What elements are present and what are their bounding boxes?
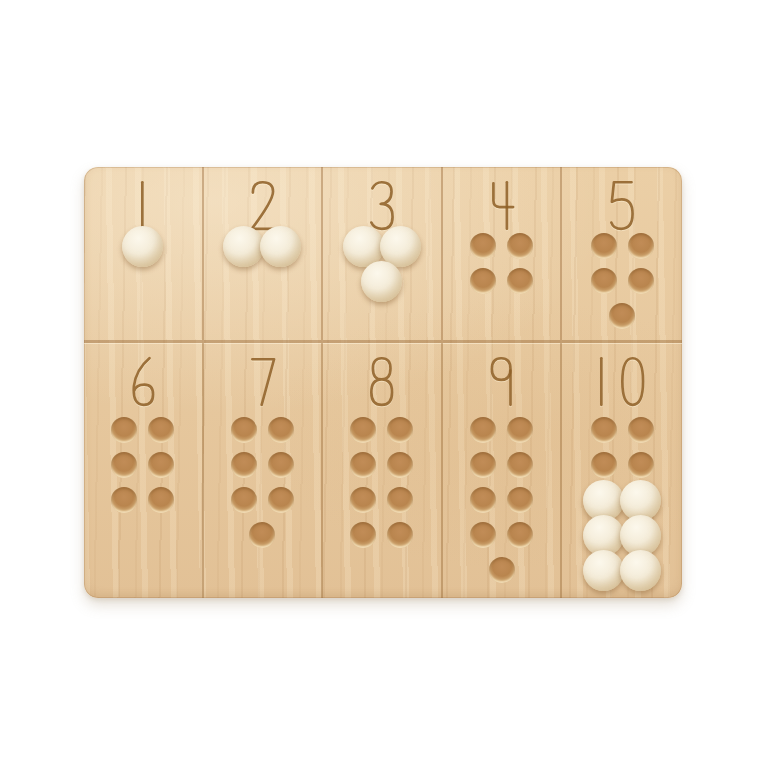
cell-10 <box>562 343 682 598</box>
counting-hole[interactable] <box>628 268 654 294</box>
pit-row <box>607 302 637 330</box>
pit-grid-4 <box>468 232 535 295</box>
counting-hole[interactable] <box>489 557 515 583</box>
pit-row <box>589 556 656 584</box>
pit-row <box>487 556 517 584</box>
counting-ball[interactable] <box>583 550 624 591</box>
pit-slot <box>266 232 296 260</box>
engraved-number-4 <box>481 176 522 234</box>
pit-row <box>229 451 296 479</box>
counting-hole[interactable] <box>470 417 496 443</box>
pit-grid-2 <box>229 232 296 260</box>
cell-7 <box>204 343 324 598</box>
counting-hole[interactable] <box>148 487 174 513</box>
pit-slot <box>505 451 535 479</box>
pit-slot <box>146 486 176 514</box>
pit-slot <box>385 232 415 260</box>
pit-slot <box>505 232 535 260</box>
pit-grid-3 <box>348 232 415 295</box>
counting-hole[interactable] <box>268 452 294 478</box>
pit-row <box>229 416 296 444</box>
counting-hole[interactable] <box>231 452 257 478</box>
pit-slot <box>128 232 158 260</box>
counting-hole[interactable] <box>470 452 496 478</box>
pit-row <box>128 232 158 260</box>
counting-hole[interactable] <box>470 233 496 259</box>
engraved-number-6 <box>122 352 163 410</box>
counting-hole[interactable] <box>507 452 533 478</box>
pit-slot <box>487 556 517 584</box>
pit-slot <box>229 416 259 444</box>
pit-slot <box>109 486 139 514</box>
pit-row <box>109 486 176 514</box>
counting-ball[interactable] <box>361 261 402 302</box>
pit-row <box>589 416 656 444</box>
pit-slot <box>468 486 498 514</box>
counting-hole[interactable] <box>249 522 275 548</box>
counting-hole[interactable] <box>507 268 533 294</box>
counting-hole[interactable] <box>507 522 533 548</box>
pit-slot <box>468 267 498 295</box>
pit-grid-6 <box>109 416 176 514</box>
pit-slot <box>468 232 498 260</box>
pit-grid-7 <box>229 416 296 549</box>
counting-hole[interactable] <box>470 268 496 294</box>
counting-hole[interactable] <box>231 487 257 513</box>
pit-slot <box>385 521 415 549</box>
pit-slot <box>505 486 535 514</box>
pit-slot <box>348 451 378 479</box>
pit-slot <box>348 232 378 260</box>
pit-slot <box>626 267 656 295</box>
pit-slot <box>385 451 415 479</box>
pit-slot <box>468 451 498 479</box>
counting-hole[interactable] <box>111 452 137 478</box>
counting-ball[interactable] <box>260 226 301 267</box>
pit-slot <box>146 451 176 479</box>
counting-hole[interactable] <box>387 522 413 548</box>
pit-row <box>229 486 296 514</box>
pit-row <box>109 451 176 479</box>
pit-slot <box>229 232 259 260</box>
counting-hole[interactable] <box>628 452 654 478</box>
pit-slot <box>266 451 296 479</box>
cell-1 <box>84 167 204 343</box>
pit-slot <box>348 416 378 444</box>
cell-6 <box>84 343 204 598</box>
counting-hole[interactable] <box>507 487 533 513</box>
counting-hole[interactable] <box>231 417 257 443</box>
engraved-number-5 <box>601 176 642 234</box>
counting-ball[interactable] <box>122 226 163 267</box>
pit-grid-8 <box>348 416 415 549</box>
counting-hole[interactable] <box>387 452 413 478</box>
pit-row <box>468 486 535 514</box>
counting-hole[interactable] <box>350 452 376 478</box>
counting-hole[interactable] <box>628 233 654 259</box>
counting-hole[interactable] <box>591 233 617 259</box>
pit-row <box>468 451 535 479</box>
cell-4 <box>443 167 563 343</box>
pit-slot <box>385 486 415 514</box>
pit-grid-10 <box>589 416 656 584</box>
engraved-number-7 <box>242 352 283 410</box>
pit-row <box>589 232 656 260</box>
pit-slot <box>505 267 535 295</box>
pit-slot <box>589 556 619 584</box>
pit-slot <box>505 416 535 444</box>
counting-hole[interactable] <box>628 417 654 443</box>
cell-9 <box>443 343 563 598</box>
pit-grid-5 <box>589 232 656 330</box>
pit-row <box>589 451 656 479</box>
pit-slot <box>626 556 656 584</box>
engraved-number-9 <box>481 352 522 410</box>
pit-slot <box>589 451 619 479</box>
cell-3 <box>323 167 443 343</box>
counting-ball[interactable] <box>380 226 421 267</box>
counting-ball[interactable] <box>223 226 264 267</box>
cell-2 <box>204 167 324 343</box>
pit-row <box>468 267 535 295</box>
counting-board <box>84 167 682 598</box>
pit-slot <box>589 267 619 295</box>
pit-row <box>348 416 415 444</box>
pit-row <box>109 416 176 444</box>
pit-slot <box>626 416 656 444</box>
counting-hole[interactable] <box>268 487 294 513</box>
counting-hole[interactable] <box>268 417 294 443</box>
engraved-number-10 <box>591 352 654 410</box>
counting-hole[interactable] <box>111 487 137 513</box>
counting-hole[interactable] <box>507 233 533 259</box>
counting-hole[interactable] <box>470 487 496 513</box>
counting-hole[interactable] <box>470 522 496 548</box>
pit-slot <box>348 486 378 514</box>
pit-row <box>589 267 656 295</box>
pit-slot <box>626 521 656 549</box>
pit-row <box>348 486 415 514</box>
counting-ball[interactable] <box>620 550 661 591</box>
pit-row <box>247 521 277 549</box>
pit-row <box>229 232 296 260</box>
pit-row <box>589 486 656 514</box>
counting-hole[interactable] <box>591 268 617 294</box>
counting-hole[interactable] <box>350 522 376 548</box>
counting-hole[interactable] <box>387 487 413 513</box>
cell-8 <box>323 343 443 598</box>
pit-slot <box>468 416 498 444</box>
pit-slot <box>348 521 378 549</box>
pit-row <box>348 521 415 549</box>
pit-row <box>348 451 415 479</box>
pit-slot <box>626 232 656 260</box>
pit-slot <box>589 232 619 260</box>
counting-hole[interactable] <box>148 452 174 478</box>
pit-slot <box>626 451 656 479</box>
pit-row <box>367 267 397 295</box>
pit-slot <box>385 416 415 444</box>
pit-slot <box>626 486 656 514</box>
pit-slot <box>589 521 619 549</box>
pit-slot <box>505 521 535 549</box>
pit-slot <box>247 521 277 549</box>
pit-slot <box>229 451 259 479</box>
pit-row <box>468 521 535 549</box>
counting-hole[interactable] <box>591 452 617 478</box>
pit-slot <box>109 416 139 444</box>
pit-grid-1 <box>128 232 158 260</box>
counting-hole[interactable] <box>350 487 376 513</box>
pit-slot <box>266 416 296 444</box>
pit-slot <box>266 486 296 514</box>
pit-row <box>468 232 535 260</box>
pit-slot <box>109 451 139 479</box>
counting-hole[interactable] <box>507 417 533 443</box>
pit-slot <box>146 416 176 444</box>
counting-hole[interactable] <box>111 417 137 443</box>
counting-hole[interactable] <box>387 417 413 443</box>
pit-slot <box>367 267 397 295</box>
pit-slot <box>589 486 619 514</box>
pit-slot <box>589 416 619 444</box>
counting-hole[interactable] <box>609 303 635 329</box>
engraved-number-8 <box>361 352 402 410</box>
pit-row <box>589 521 656 549</box>
counting-hole[interactable] <box>591 417 617 443</box>
counting-hole[interactable] <box>350 417 376 443</box>
pit-slot <box>229 486 259 514</box>
pit-row <box>468 416 535 444</box>
cell-5 <box>562 167 682 343</box>
pit-slot <box>468 521 498 549</box>
pit-row <box>348 232 415 260</box>
pit-slot <box>607 302 637 330</box>
counting-hole[interactable] <box>148 417 174 443</box>
pit-grid-9 <box>468 416 535 584</box>
